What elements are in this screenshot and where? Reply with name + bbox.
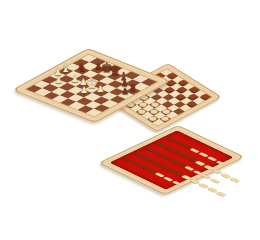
chess-pieces-layer: ♟♚♛♝♞♟♜♝♟♟♟♟♚♟♟♟ bbox=[0, 0, 260, 240]
storage-box bbox=[98, 125, 245, 195]
stored-dark-piece-group bbox=[156, 142, 198, 162]
stored-dark-piece-group bbox=[145, 147, 187, 167]
stored-light-piece bbox=[229, 177, 240, 182]
box-felt-tray bbox=[110, 131, 233, 190]
stored-light-piece bbox=[172, 181, 183, 186]
checkers-pieces-layer: ●●●●●●●●●●●●●●●●●●●●●●●● bbox=[0, 0, 260, 240]
stored-light-piece-group bbox=[181, 175, 227, 197]
product-photo-chess-checkers-set: ●●●●●●●●●●●●●●●●●●●●●●●● ♟♚♛♝♞♟♜♝♟♟♟♟♚♟♟… bbox=[0, 0, 260, 240]
stored-light-piece bbox=[215, 160, 226, 165]
stored-light-piece bbox=[216, 191, 227, 196]
stored-light-piece bbox=[210, 178, 221, 183]
